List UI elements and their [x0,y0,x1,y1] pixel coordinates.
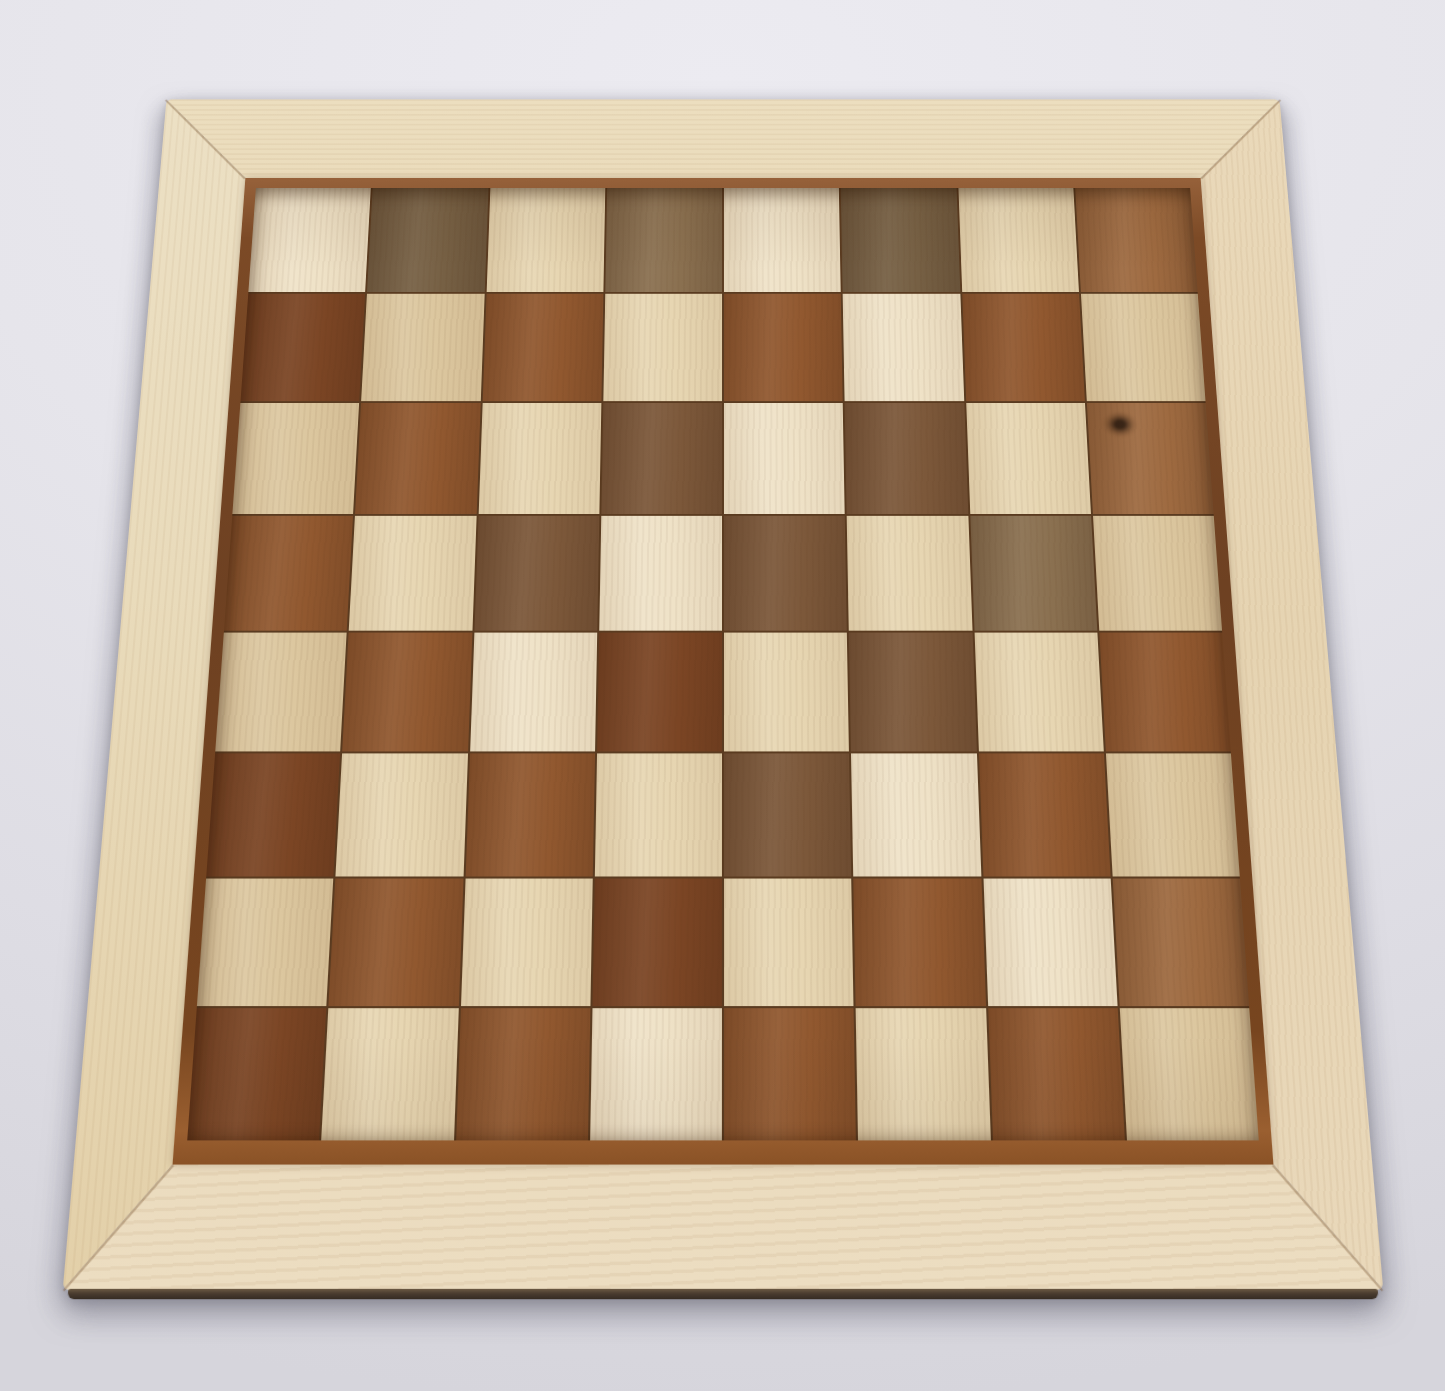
square-d1 [589,1008,721,1140]
square-e2 [724,879,854,1007]
square-g4 [974,633,1103,752]
square-e1 [724,1008,856,1140]
square-a1 [187,1008,326,1140]
square-e8 [723,188,840,292]
photo-background [0,0,1445,1391]
square-e4 [723,633,848,752]
square-a7 [240,294,365,401]
board-side-edge [67,1289,1378,1299]
square-a2 [196,879,333,1007]
square-f8 [840,188,959,292]
square-b4 [342,633,471,752]
square-c6 [478,403,601,514]
square-f1 [855,1008,989,1140]
square-h7 [1080,294,1205,401]
square-d4 [596,633,721,752]
square-e5 [723,516,846,631]
square-c1 [455,1008,589,1140]
square-e3 [724,753,851,876]
square-h3 [1105,753,1239,876]
square-b5 [348,516,475,631]
square-b1 [321,1008,458,1140]
square-g1 [987,1008,1124,1140]
square-g7 [961,294,1084,401]
square-b2 [328,879,462,1007]
square-b8 [367,188,488,292]
square-a4 [215,633,347,752]
square-h4 [1099,633,1231,752]
square-a3 [206,753,340,876]
square-f6 [844,403,967,514]
square-d6 [601,403,722,514]
square-c3 [465,753,595,876]
square-d5 [598,516,721,631]
square-h1 [1119,1008,1258,1140]
square-g3 [978,753,1110,876]
chessboard [62,99,1383,1290]
square-c4 [469,633,596,752]
square-e6 [723,403,844,514]
square-d8 [605,188,722,292]
square-f4 [849,633,976,752]
square-f2 [853,879,985,1007]
square-f3 [851,753,981,876]
square-g6 [965,403,1090,514]
square-b3 [335,753,467,876]
square-h5 [1092,516,1221,631]
square-g2 [983,879,1117,1007]
square-f7 [842,294,963,401]
square-f5 [846,516,971,631]
square-d3 [594,753,721,876]
square-a8 [248,188,371,292]
square-d7 [603,294,722,401]
square-h8 [1074,188,1197,292]
square-e7 [723,294,842,401]
wood-knot [1101,411,1137,438]
board-squares [187,188,1259,1140]
square-h6 [1086,403,1213,514]
square-b6 [355,403,480,514]
square-b7 [361,294,484,401]
square-c2 [460,879,592,1007]
square-g8 [957,188,1078,292]
square-h2 [1112,879,1249,1007]
square-a5 [223,516,352,631]
square-c7 [482,294,603,401]
square-c8 [486,188,605,292]
square-c5 [473,516,598,631]
square-a6 [232,403,359,514]
board-body [62,99,1383,1290]
square-d2 [592,879,722,1007]
square-g5 [969,516,1096,631]
